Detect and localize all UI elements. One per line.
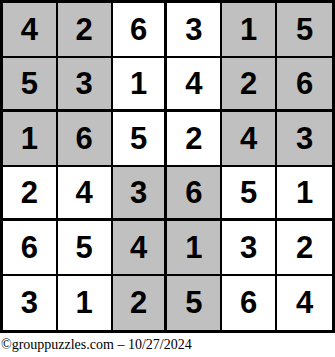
cell-r4c3[interactable]: 3 <box>113 167 168 222</box>
cell-r3c2[interactable]: 6 <box>58 112 113 167</box>
cell-r6c5[interactable]: 6 <box>222 276 277 331</box>
cell-r5c2[interactable]: 5 <box>58 221 113 276</box>
cell-r1c1[interactable]: 4 <box>3 3 58 58</box>
cell-r1c4[interactable]: 3 <box>167 3 222 58</box>
cell-r4c5[interactable]: 5 <box>222 167 277 222</box>
cell-r2c5[interactable]: 2 <box>222 58 277 113</box>
cell-r2c3[interactable]: 1 <box>113 58 168 113</box>
cell-r1c5[interactable]: 1 <box>222 3 277 58</box>
cell-r4c1[interactable]: 2 <box>3 167 58 222</box>
cell-r5c3[interactable]: 4 <box>113 221 168 276</box>
cell-r2c6[interactable]: 6 <box>277 58 332 113</box>
puzzle-page: 426315531426165243243651654132312564 ©gr… <box>0 0 335 357</box>
cell-r5c4[interactable]: 1 <box>167 221 222 276</box>
cell-r2c1[interactable]: 5 <box>3 58 58 113</box>
cell-r2c2[interactable]: 3 <box>58 58 113 113</box>
cell-r3c1[interactable]: 1 <box>3 112 58 167</box>
cell-r1c3[interactable]: 6 <box>113 3 168 58</box>
cell-r1c2[interactable]: 2 <box>58 3 113 58</box>
cell-r6c2[interactable]: 1 <box>58 276 113 331</box>
cell-r6c4[interactable]: 5 <box>167 276 222 331</box>
cell-r3c4[interactable]: 2 <box>167 112 222 167</box>
copyright-footer: ©grouppuzzles.com – 10/27/2024 <box>0 337 335 353</box>
cell-r5c6[interactable]: 2 <box>277 221 332 276</box>
cell-r1c6[interactable]: 5 <box>277 3 332 58</box>
cell-r6c3[interactable]: 2 <box>113 276 168 331</box>
cell-r2c4[interactable]: 4 <box>167 58 222 113</box>
cell-r6c1[interactable]: 3 <box>3 276 58 331</box>
cell-r4c4[interactable]: 6 <box>167 167 222 222</box>
sudoku-board: 426315531426165243243651654132312564 <box>0 0 335 333</box>
cell-r3c6[interactable]: 3 <box>277 112 332 167</box>
cell-r4c6[interactable]: 1 <box>277 167 332 222</box>
cell-r5c5[interactable]: 3 <box>222 221 277 276</box>
cell-r4c2[interactable]: 4 <box>58 167 113 222</box>
cell-r6c6[interactable]: 4 <box>277 276 332 331</box>
cell-r3c5[interactable]: 4 <box>222 112 277 167</box>
cell-r5c1[interactable]: 6 <box>3 221 58 276</box>
cell-r3c3[interactable]: 5 <box>113 112 168 167</box>
